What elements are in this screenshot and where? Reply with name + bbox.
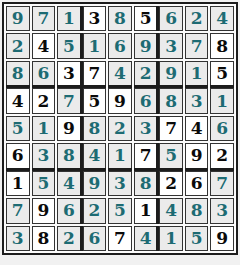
cell-r9c3[interactable]: 2 — [57, 226, 81, 251]
cell-r7c2[interactable]: 5 — [32, 171, 56, 196]
cell-r6c1: 6 — [6, 143, 30, 168]
cell-r6c4[interactable]: 4 — [83, 143, 107, 168]
cell-r5c1[interactable]: 5 — [6, 116, 30, 141]
cell-r4c4: 5 — [83, 88, 107, 113]
cell-r1c9[interactable]: 4 — [210, 6, 234, 31]
cell-r1c8[interactable]: 2 — [185, 6, 209, 31]
cell-r4c8[interactable]: 3 — [185, 88, 209, 113]
cell-r9c7[interactable]: 1 — [159, 226, 183, 251]
cell-r4c3[interactable]: 7 — [57, 88, 81, 113]
cell-r7c4[interactable]: 9 — [83, 171, 107, 196]
cell-r9c5: 7 — [108, 226, 132, 251]
cell-r3c6[interactable]: 2 — [134, 61, 158, 86]
cell-r6c2[interactable]: 3 — [32, 143, 56, 168]
cell-r8c4[interactable]: 2 — [83, 198, 107, 223]
cell-r7c8: 6 — [185, 171, 209, 196]
cell-r5c3: 9 — [57, 116, 81, 141]
cell-r3c5[interactable]: 4 — [108, 61, 132, 86]
cell-r8c9[interactable]: 3 — [210, 198, 234, 223]
cell-r8c8[interactable]: 8 — [185, 198, 209, 223]
cell-r9c9: 9 — [210, 226, 234, 251]
cell-r5c4[interactable]: 8 — [83, 116, 107, 141]
cell-r4c9[interactable]: 1 — [210, 88, 234, 113]
cell-r4c7[interactable]: 8 — [159, 88, 183, 113]
cell-r4c2: 2 — [32, 88, 56, 113]
cell-r2c2: 4 — [32, 33, 56, 58]
cell-r7c3[interactable]: 4 — [57, 171, 81, 196]
cell-r8c7[interactable]: 4 — [159, 198, 183, 223]
cell-r4c5: 9 — [108, 88, 132, 113]
cell-r9c4[interactable]: 6 — [83, 226, 107, 251]
cell-r7c1: 1 — [6, 171, 30, 196]
cell-r1c4: 3 — [83, 6, 107, 31]
cell-r2c7[interactable]: 3 — [159, 33, 183, 58]
cell-r6c6: 7 — [134, 143, 158, 168]
cell-r4c1: 4 — [6, 88, 30, 113]
cell-r3c2[interactable]: 6 — [32, 61, 56, 86]
cell-r6c3[interactable]: 8 — [57, 143, 81, 168]
cell-r3c1[interactable]: 8 — [6, 61, 30, 86]
cell-r7c9[interactable]: 7 — [210, 171, 234, 196]
cell-r2c3[interactable]: 5 — [57, 33, 81, 58]
cell-r3c4: 7 — [83, 61, 107, 86]
cell-r8c5[interactable]: 5 — [108, 198, 132, 223]
cell-r4c6[interactable]: 6 — [134, 88, 158, 113]
cell-r2c8[interactable]: 7 — [185, 33, 209, 58]
cell-r6c7[interactable]: 5 — [159, 143, 183, 168]
cell-r8c2: 9 — [32, 198, 56, 223]
cell-r2c9: 8 — [210, 33, 234, 58]
cell-r5c7: 7 — [159, 116, 183, 141]
cell-r7c6[interactable]: 8 — [134, 171, 158, 196]
cell-r1c3[interactable]: 1 — [57, 6, 81, 31]
cell-r2c5[interactable]: 6 — [108, 33, 132, 58]
cell-r8c3[interactable]: 6 — [57, 198, 81, 223]
cell-r2c6[interactable]: 9 — [134, 33, 158, 58]
cell-r7c7: 2 — [159, 171, 183, 196]
cell-r3c7[interactable]: 9 — [159, 61, 183, 86]
cell-r1c1[interactable]: 9 — [6, 6, 30, 31]
cell-r3c3: 3 — [57, 61, 81, 86]
cell-r6c5[interactable]: 1 — [108, 143, 132, 168]
cell-r2c1[interactable]: 2 — [6, 33, 30, 58]
cell-r5c6[interactable]: 3 — [134, 116, 158, 141]
cell-r5c8: 4 — [185, 116, 209, 141]
cell-r1c6: 5 — [134, 6, 158, 31]
cell-r5c2[interactable]: 1 — [32, 116, 56, 141]
cell-r5c9[interactable]: 6 — [210, 116, 234, 141]
cell-r6c8: 9 — [185, 143, 209, 168]
cell-r8c6: 1 — [134, 198, 158, 223]
cell-r1c2[interactable]: 7 — [32, 6, 56, 31]
cell-r3c9: 5 — [210, 61, 234, 86]
cell-r1c5[interactable]: 8 — [108, 6, 132, 31]
cell-r9c8[interactable]: 5 — [185, 226, 209, 251]
cell-r7c5[interactable]: 3 — [108, 171, 132, 196]
cell-r2c4[interactable]: 1 — [83, 33, 107, 58]
sudoku-board: 9713856242451693788637429154275968315198… — [2, 2, 238, 255]
cell-r3c8[interactable]: 1 — [185, 61, 209, 86]
cell-r5c5[interactable]: 2 — [108, 116, 132, 141]
cell-r1c7[interactable]: 6 — [159, 6, 183, 31]
cell-r8c1[interactable]: 7 — [6, 198, 30, 223]
cell-r9c6[interactable]: 4 — [134, 226, 158, 251]
cell-r9c2: 8 — [32, 226, 56, 251]
cell-r6c9: 2 — [210, 143, 234, 168]
cell-r9c1[interactable]: 3 — [6, 226, 30, 251]
